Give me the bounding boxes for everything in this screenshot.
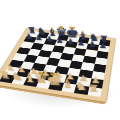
piece-white-rook[interactable]: ♜	[83, 77, 105, 94]
board-grid: ♜♞♝♛♚♝♞♜♟♟♟♟♟♟♟♟♟♟♟♟♟♟♟♟♜♞♝♛♚♝♞♜	[0, 31, 110, 97]
black-pawn-glyph: ♟	[99, 42, 107, 50]
chess-set-photo: ♜♞♝♛♚♝♞♜♟♟♟♟♟♟♟♟♟♟♟♟♟♟♟♟♜♞♝♛♚♝♞♜	[0, 0, 120, 120]
piece-black-pawn[interactable]: ♟	[94, 35, 112, 50]
